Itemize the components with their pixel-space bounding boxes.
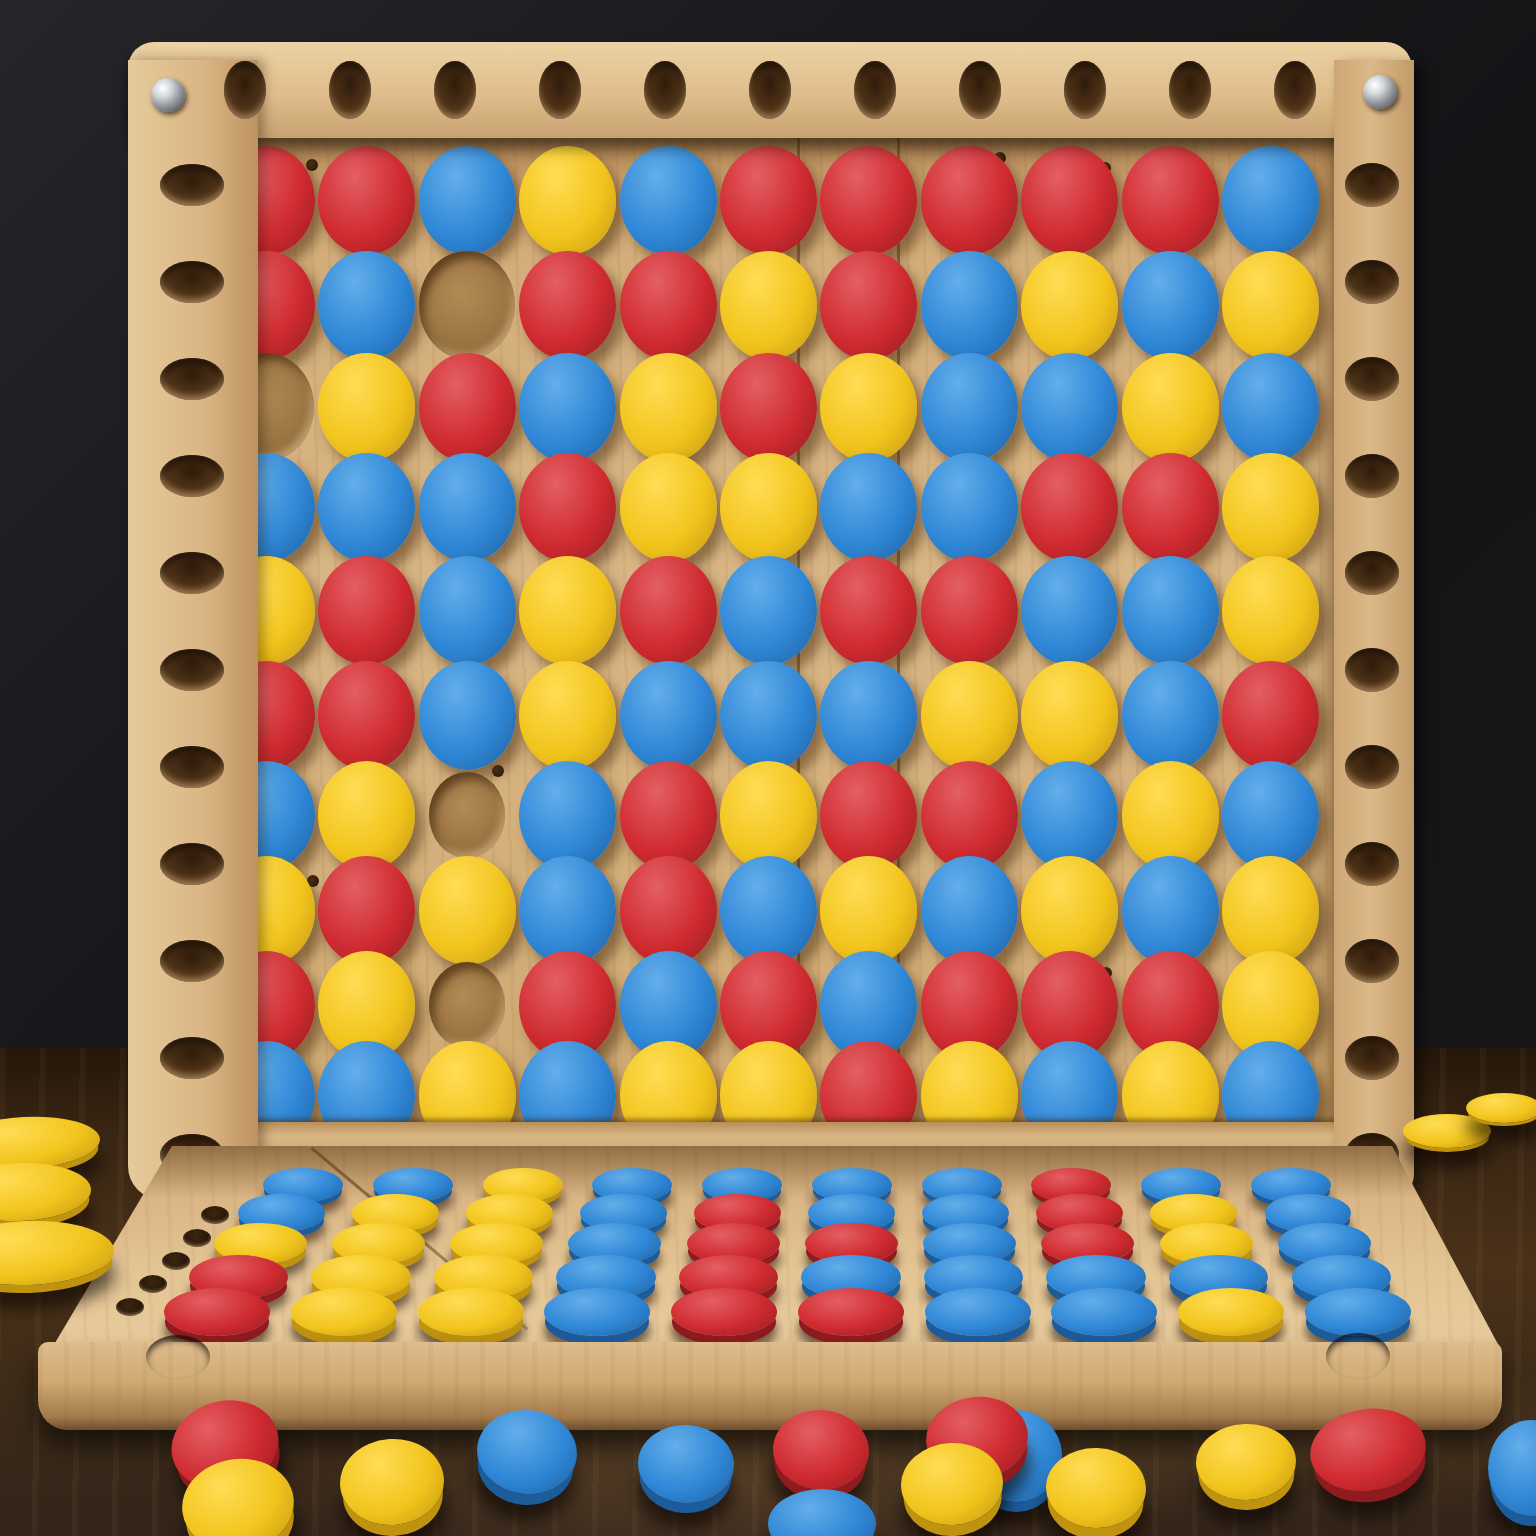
blue-disc[interactable]	[318, 251, 415, 360]
blue-disc[interactable]	[1122, 856, 1219, 965]
blue-disc[interactable]	[1021, 556, 1118, 665]
red-disc[interactable]	[318, 661, 415, 770]
yellow-disc[interactable]	[1021, 661, 1118, 770]
red-disc[interactable]	[820, 761, 917, 870]
yellow-disc[interactable]	[1122, 353, 1219, 462]
frame-top-hole	[224, 61, 266, 119]
frame-left-hole	[160, 164, 224, 206]
blue-disc[interactable]	[921, 251, 1018, 360]
tray-blue-disc[interactable]	[925, 1288, 1031, 1336]
frame-left-hole	[160, 649, 224, 691]
blue-disc[interactable]	[1122, 556, 1219, 665]
drill-dot	[306, 159, 318, 171]
board-empty-hole[interactable]	[419, 251, 515, 359]
frame-left-hole	[160, 1037, 224, 1079]
yellow-disc[interactable]	[1021, 856, 1118, 965]
blue-disc[interactable]	[519, 353, 616, 462]
yellow-disc[interactable]	[1222, 556, 1319, 665]
frame-top-hole	[1064, 61, 1106, 119]
red-disc[interactable]	[820, 146, 917, 255]
tray-hole	[116, 1298, 144, 1316]
frame-left-bar	[128, 60, 258, 1200]
frame-top-hole	[539, 61, 581, 119]
loose-yellow-disc[interactable]	[1466, 1093, 1536, 1123]
tray-hole	[201, 1206, 229, 1224]
frame-left-hole	[160, 746, 224, 788]
yellow-disc[interactable]	[519, 661, 616, 770]
blue-disc[interactable]	[1021, 353, 1118, 462]
blue-disc[interactable]	[720, 661, 817, 770]
frame-top-hole	[329, 61, 371, 119]
blue-disc[interactable]	[1021, 761, 1118, 870]
frame-left-hole	[160, 261, 224, 303]
blue-disc[interactable]	[620, 146, 717, 255]
frame-right-hole	[1345, 648, 1399, 692]
frame-top-hole	[1274, 61, 1316, 119]
tray-hole	[183, 1229, 211, 1247]
red-disc[interactable]	[620, 761, 717, 870]
yellow-disc[interactable]	[1122, 761, 1219, 870]
tray-yellow-disc[interactable]	[418, 1288, 524, 1336]
frame-left-hole	[160, 358, 224, 400]
red-disc[interactable]	[620, 556, 717, 665]
frame-right-hole	[1345, 842, 1399, 886]
blue-disc[interactable]	[820, 453, 917, 562]
frame-right-hole	[1345, 1036, 1399, 1080]
yellow-disc[interactable]	[1222, 856, 1319, 965]
red-disc[interactable]	[318, 556, 415, 665]
tray-yellow-disc[interactable]	[291, 1288, 397, 1336]
board-empty-hole[interactable]	[429, 772, 505, 858]
corner-screw-left	[151, 78, 185, 112]
yellow-disc[interactable]	[720, 251, 817, 360]
yellow-disc[interactable]	[921, 661, 1018, 770]
yellow-disc[interactable]	[620, 453, 717, 562]
frame-right-hole	[1345, 260, 1399, 304]
red-disc[interactable]	[519, 251, 616, 360]
red-disc[interactable]	[620, 251, 717, 360]
tray-blue-disc[interactable]	[1305, 1288, 1411, 1336]
red-disc[interactable]	[1122, 453, 1219, 562]
red-disc[interactable]	[419, 353, 516, 462]
blue-disc[interactable]	[1222, 353, 1319, 462]
yellow-disc[interactable]	[1222, 453, 1319, 562]
frame-left-hole	[160, 455, 224, 497]
red-disc[interactable]	[921, 556, 1018, 665]
blue-disc[interactable]	[620, 661, 717, 770]
red-disc[interactable]	[1122, 146, 1219, 255]
red-disc[interactable]	[318, 856, 415, 965]
frame-top-hole	[959, 61, 1001, 119]
front-plate-hole-right	[1326, 1333, 1390, 1379]
frame-top-hole	[644, 61, 686, 119]
frame-left-hole	[160, 552, 224, 594]
red-disc[interactable]	[1021, 453, 1118, 562]
yellow-disc[interactable]	[318, 353, 415, 462]
red-disc[interactable]	[921, 761, 1018, 870]
red-disc[interactable]	[820, 556, 917, 665]
frame-right-hole	[1345, 357, 1399, 401]
blue-disc[interactable]	[1122, 251, 1219, 360]
blue-disc[interactable]	[921, 856, 1018, 965]
red-disc[interactable]	[1222, 661, 1319, 770]
yellow-disc[interactable]	[1222, 251, 1319, 360]
frame-right-hole	[1345, 745, 1399, 789]
frame-right-hole	[1345, 454, 1399, 498]
blue-disc[interactable]	[419, 146, 516, 255]
frame-right-hole	[1345, 939, 1399, 983]
yellow-disc[interactable]	[318, 761, 415, 870]
blue-disc[interactable]	[720, 556, 817, 665]
yellow-disc[interactable]	[519, 556, 616, 665]
frame-top-hole	[1169, 61, 1211, 119]
yellow-disc[interactable]	[820, 353, 917, 462]
frame-right-hole	[1345, 551, 1399, 595]
frame-left-hole	[160, 940, 224, 982]
blue-disc[interactable]	[1122, 661, 1219, 770]
frame-top-hole	[854, 61, 896, 119]
blue-disc[interactable]	[419, 556, 516, 665]
blue-disc[interactable]	[419, 453, 516, 562]
tray-red-disc[interactable]	[798, 1288, 904, 1336]
yellow-disc[interactable]	[1021, 251, 1118, 360]
yellow-disc[interactable]	[820, 856, 917, 965]
red-disc[interactable]	[820, 251, 917, 360]
blue-disc[interactable]	[318, 453, 415, 562]
board-empty-hole[interactable]	[429, 962, 505, 1048]
tray-yellow-disc[interactable]	[1178, 1288, 1284, 1336]
frame-right-bar	[1334, 60, 1414, 1200]
blue-disc[interactable]	[419, 661, 516, 770]
yellow-disc[interactable]	[419, 856, 516, 965]
tray-hole	[139, 1275, 167, 1293]
tray-red-disc[interactable]	[164, 1288, 270, 1336]
blue-disc[interactable]	[519, 761, 616, 870]
drill-dot	[492, 765, 504, 777]
red-disc[interactable]	[519, 453, 616, 562]
blue-disc[interactable]	[921, 453, 1018, 562]
corner-screw-right	[1363, 75, 1397, 109]
blue-disc[interactable]	[519, 856, 616, 965]
blue-disc[interactable]	[1222, 761, 1319, 870]
tray-blue-disc[interactable]	[1051, 1288, 1157, 1336]
frame-top-hole	[749, 61, 791, 119]
blue-disc[interactable]	[720, 856, 817, 965]
red-disc[interactable]	[318, 146, 415, 255]
red-disc[interactable]	[921, 146, 1018, 255]
red-disc[interactable]	[720, 146, 817, 255]
blue-disc[interactable]	[820, 661, 917, 770]
scene	[0, 0, 1536, 1536]
blue-disc[interactable]	[1222, 146, 1319, 255]
yellow-disc[interactable]	[720, 761, 817, 870]
red-disc[interactable]	[1021, 146, 1118, 255]
yellow-disc[interactable]	[519, 146, 616, 255]
frame-left-hole	[160, 843, 224, 885]
yellow-disc[interactable]	[620, 353, 717, 462]
frame-right-hole	[1345, 163, 1399, 207]
tray-red-disc[interactable]	[671, 1288, 777, 1336]
yellow-disc[interactable]	[720, 453, 817, 562]
red-disc[interactable]	[620, 856, 717, 965]
front-plate-hole-left	[146, 1335, 210, 1379]
tray-blue-disc[interactable]	[544, 1288, 650, 1336]
blue-disc[interactable]	[921, 353, 1018, 462]
red-disc[interactable]	[720, 353, 817, 462]
tray-hole	[162, 1252, 190, 1270]
frame-top-hole	[434, 61, 476, 119]
